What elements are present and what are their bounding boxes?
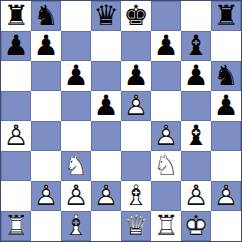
square-g5[interactable]	[181, 91, 211, 121]
square-h7[interactable]	[211, 31, 241, 61]
square-g1[interactable]: ♚♔	[181, 211, 211, 241]
white-pawn-outline-icon: ♙	[31, 181, 61, 211]
white-king-piece[interactable]: ♚♔	[181, 211, 211, 241]
square-c7[interactable]	[61, 31, 91, 61]
black-knight-piece[interactable]: ♞	[211, 61, 241, 91]
white-queen-piece[interactable]: ♛♕	[121, 211, 151, 241]
white-pawn-piece[interactable]: ♟♙	[91, 181, 121, 211]
square-h4[interactable]	[211, 121, 241, 151]
square-b2[interactable]: ♟♙	[31, 181, 61, 211]
white-knight-piece[interactable]: ♞♘	[61, 151, 91, 181]
white-pawn-outline-icon: ♙	[61, 181, 91, 211]
white-rook-piece[interactable]: ♜♖	[1, 211, 31, 241]
black-pawn-piece[interactable]: ♟	[1, 31, 31, 61]
black-pawn-piece[interactable]: ♟	[61, 61, 91, 91]
white-king-outline-icon: ♔	[181, 211, 211, 241]
white-pawn-piece[interactable]: ♟♙	[181, 181, 211, 211]
square-e4[interactable]	[121, 121, 151, 151]
square-a2[interactable]	[1, 181, 31, 211]
square-e3[interactable]	[121, 151, 151, 181]
square-a5[interactable]	[1, 91, 31, 121]
square-a8[interactable]: ♜	[1, 1, 31, 31]
square-d2[interactable]: ♟♙	[91, 181, 121, 211]
square-g4[interactable]: ♝	[181, 121, 211, 151]
square-c2[interactable]: ♟♙	[61, 181, 91, 211]
white-pawn-piece[interactable]: ♟♙	[1, 121, 31, 151]
white-pawn-outline-icon: ♙	[91, 181, 121, 211]
white-rook-outline-icon: ♖	[1, 211, 31, 241]
black-king-piece[interactable]: ♚	[121, 1, 151, 31]
white-pawn-piece[interactable]: ♟♙	[61, 181, 91, 211]
white-pawn-piece[interactable]: ♟♙	[151, 121, 181, 151]
square-h1[interactable]	[211, 211, 241, 241]
square-d5[interactable]: ♟	[91, 91, 121, 121]
square-b7[interactable]: ♟	[31, 31, 61, 61]
square-b8[interactable]: ♞	[31, 1, 61, 31]
square-g7[interactable]: ♝	[181, 31, 211, 61]
square-c3[interactable]: ♞♘	[61, 151, 91, 181]
square-f5[interactable]	[151, 91, 181, 121]
square-f4[interactable]: ♟♙	[151, 121, 181, 151]
white-knight-outline-icon: ♘	[151, 151, 181, 181]
square-b5[interactable]	[31, 91, 61, 121]
square-g2[interactable]: ♟♙	[181, 181, 211, 211]
square-d4[interactable]	[91, 121, 121, 151]
square-f1[interactable]: ♜♖	[151, 211, 181, 241]
square-g8[interactable]	[181, 1, 211, 31]
square-e5[interactable]: ♟♙	[121, 91, 151, 121]
square-h2[interactable]: ♟♙	[211, 181, 241, 211]
black-rook-piece[interactable]: ♜	[211, 1, 241, 31]
square-a6[interactable]	[1, 61, 31, 91]
black-bishop-piece[interactable]: ♝	[181, 31, 211, 61]
square-e8[interactable]: ♚	[121, 1, 151, 31]
square-c5[interactable]	[61, 91, 91, 121]
white-pawn-outline-icon: ♙	[1, 121, 31, 151]
square-b1[interactable]	[31, 211, 61, 241]
white-bishop-outline-icon: ♗	[61, 211, 91, 241]
square-e2[interactable]: ♝♗	[121, 181, 151, 211]
chess-board: ♜♞♛♚♜♟♟♟♝♟♟♟♞♟♟♙♟♟♙♟♙♝♞♘♞♘♟♙♟♙♟♙♝♗♟♙♟♙♜♖…	[0, 0, 242, 242]
square-d3[interactable]	[91, 151, 121, 181]
square-e6[interactable]: ♟	[121, 61, 151, 91]
square-g6[interactable]: ♟	[181, 61, 211, 91]
square-a3[interactable]	[1, 151, 31, 181]
black-pawn-piece[interactable]: ♟	[31, 31, 61, 61]
square-g3[interactable]	[181, 151, 211, 181]
white-pawn-piece[interactable]: ♟♙	[211, 181, 241, 211]
square-a7[interactable]: ♟	[1, 31, 31, 61]
square-d8[interactable]: ♛	[91, 1, 121, 31]
white-queen-outline-icon: ♕	[121, 211, 151, 241]
square-c1[interactable]: ♝♗	[61, 211, 91, 241]
square-d6[interactable]	[91, 61, 121, 91]
black-pawn-piece[interactable]: ♟	[181, 61, 211, 91]
white-rook-outline-icon: ♖	[151, 211, 181, 241]
black-queen-piece[interactable]: ♛	[91, 1, 121, 31]
square-h6[interactable]: ♞	[211, 61, 241, 91]
square-f2[interactable]	[151, 181, 181, 211]
square-f8[interactable]	[151, 1, 181, 31]
white-rook-piece[interactable]: ♜♖	[151, 211, 181, 241]
square-c8[interactable]	[61, 1, 91, 31]
white-knight-outline-icon: ♘	[61, 151, 91, 181]
black-pawn-piece[interactable]: ♟	[151, 31, 181, 61]
white-pawn-outline-icon: ♙	[121, 91, 151, 121]
square-e1[interactable]: ♛♕	[121, 211, 151, 241]
square-h8[interactable]: ♜	[211, 1, 241, 31]
white-pawn-piece[interactable]: ♟♙	[121, 91, 151, 121]
white-bishop-piece[interactable]: ♝♗	[121, 181, 151, 211]
square-c4[interactable]	[61, 121, 91, 151]
black-bishop-piece[interactable]: ♝	[181, 121, 211, 151]
white-knight-piece[interactable]: ♞♘	[151, 151, 181, 181]
square-f7[interactable]: ♟	[151, 31, 181, 61]
square-c6[interactable]: ♟	[61, 61, 91, 91]
square-a1[interactable]: ♜♖	[1, 211, 31, 241]
square-e7[interactable]	[121, 31, 151, 61]
square-b6[interactable]	[31, 61, 61, 91]
black-knight-piece[interactable]: ♞	[31, 1, 61, 31]
black-pawn-piece[interactable]: ♟	[121, 61, 151, 91]
square-d1[interactable]	[91, 211, 121, 241]
square-h5[interactable]: ♟	[211, 91, 241, 121]
square-a4[interactable]: ♟♙	[1, 121, 31, 151]
white-pawn-piece[interactable]: ♟♙	[31, 181, 61, 211]
square-h3[interactable]	[211, 151, 241, 181]
square-b4[interactable]	[31, 121, 61, 151]
white-bishop-outline-icon: ♗	[121, 181, 151, 211]
white-pawn-outline-icon: ♙	[151, 121, 181, 151]
square-d7[interactable]	[91, 31, 121, 61]
square-f3[interactable]: ♞♘	[151, 151, 181, 181]
black-rook-piece[interactable]: ♜	[1, 1, 31, 31]
white-pawn-outline-icon: ♙	[211, 181, 241, 211]
black-pawn-piece[interactable]: ♟	[211, 91, 241, 121]
black-pawn-piece[interactable]: ♟	[91, 91, 121, 121]
square-b3[interactable]	[31, 151, 61, 181]
square-f6[interactable]	[151, 61, 181, 91]
white-bishop-piece[interactable]: ♝♗	[61, 211, 91, 241]
white-pawn-outline-icon: ♙	[181, 181, 211, 211]
